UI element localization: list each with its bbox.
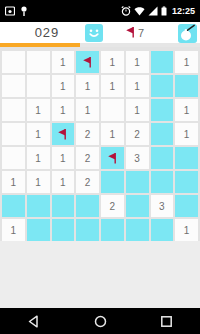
cell-r4c1[interactable] bbox=[2, 123, 25, 145]
cell-r2c7[interactable] bbox=[151, 75, 174, 97]
cell-r4c4[interactable]: 2 bbox=[76, 123, 99, 145]
back-icon bbox=[27, 315, 40, 328]
board-area: 1 1111111111111 2121112 311122311 bbox=[0, 47, 200, 241]
cell-r5c3[interactable]: 1 bbox=[52, 147, 75, 169]
cell-r8c1[interactable]: 1 bbox=[2, 219, 25, 241]
cell-r1c7[interactable] bbox=[151, 51, 174, 73]
cell-r2c5[interactable]: 1 bbox=[101, 75, 124, 97]
cell-r6c5[interactable] bbox=[101, 171, 124, 193]
screenshot-icon bbox=[5, 6, 15, 16]
cell-r6c7[interactable] bbox=[151, 171, 174, 193]
signal-icon bbox=[148, 6, 158, 16]
cell-r4c5[interactable]: 1 bbox=[101, 123, 124, 145]
cell-r5c6[interactable]: 3 bbox=[126, 147, 149, 169]
cell-r2c6[interactable]: 1 bbox=[126, 75, 149, 97]
cell-r5c5[interactable] bbox=[101, 147, 124, 169]
wifi-icon bbox=[134, 6, 145, 16]
cell-r6c6[interactable] bbox=[126, 171, 149, 193]
cell-r8c5[interactable] bbox=[101, 219, 124, 241]
cell-r4c8[interactable]: 1 bbox=[175, 123, 198, 145]
cell-r7c7[interactable]: 3 bbox=[151, 195, 174, 217]
cell-r7c8[interactable] bbox=[175, 195, 198, 217]
cell-r7c6[interactable] bbox=[126, 195, 149, 217]
cell-r7c5[interactable]: 2 bbox=[101, 195, 124, 217]
cell-r3c5[interactable] bbox=[101, 99, 124, 121]
cell-r5c1[interactable] bbox=[2, 147, 25, 169]
cell-r4c6[interactable]: 2 bbox=[126, 123, 149, 145]
cell-r7c1[interactable] bbox=[2, 195, 25, 217]
cell-r1c4[interactable] bbox=[76, 51, 99, 73]
cell-r2c2[interactable] bbox=[27, 75, 50, 97]
cell-r3c6[interactable]: 1 bbox=[126, 99, 149, 121]
home-button[interactable] bbox=[67, 315, 134, 328]
cell-r3c8[interactable]: 1 bbox=[175, 99, 198, 121]
recents-button[interactable] bbox=[133, 315, 200, 328]
cell-r2c8[interactable] bbox=[175, 75, 198, 97]
game-header: 029 7 bbox=[0, 22, 200, 43]
cell-r5c8[interactable] bbox=[175, 147, 198, 169]
cell-r1c3[interactable]: 1 bbox=[52, 51, 75, 73]
cell-r8c6[interactable] bbox=[126, 219, 149, 241]
minesweeper-board: 1 1111111111111 2121112 311122311 bbox=[2, 51, 198, 241]
pin-icon bbox=[20, 6, 28, 17]
cell-r8c2[interactable] bbox=[27, 219, 50, 241]
clock-time: 12:25 bbox=[172, 6, 195, 16]
cell-r1c6[interactable]: 1 bbox=[126, 51, 149, 73]
battery-icon bbox=[161, 6, 167, 16]
cell-r3c1[interactable] bbox=[2, 99, 25, 121]
cell-r1c2[interactable] bbox=[27, 51, 50, 73]
cell-r6c8[interactable] bbox=[175, 171, 198, 193]
cell-r5c4[interactable]: 2 bbox=[76, 147, 99, 169]
cell-r1c1[interactable] bbox=[2, 51, 25, 73]
cell-r6c4[interactable]: 2 bbox=[76, 171, 99, 193]
flag-icon bbox=[106, 152, 119, 165]
cell-r1c5[interactable]: 1 bbox=[101, 51, 124, 73]
recents-icon bbox=[160, 315, 173, 328]
flags-remaining-counter: 7 bbox=[124, 25, 144, 40]
cell-r8c3[interactable] bbox=[52, 219, 75, 241]
cell-r1c8[interactable]: 1 bbox=[175, 51, 198, 73]
cell-r4c7[interactable] bbox=[151, 123, 174, 145]
cell-r6c1[interactable]: 1 bbox=[2, 171, 25, 193]
cell-r7c2[interactable] bbox=[27, 195, 50, 217]
cell-r6c3[interactable]: 1 bbox=[52, 171, 75, 193]
bomb-icon bbox=[178, 24, 197, 43]
cell-r5c7[interactable] bbox=[151, 147, 174, 169]
home-icon bbox=[94, 315, 107, 328]
smiley-icon bbox=[85, 24, 103, 42]
cell-r5c2[interactable]: 1 bbox=[27, 147, 50, 169]
cell-r3c4[interactable]: 1 bbox=[76, 99, 99, 121]
flag-mode-toggle-button[interactable] bbox=[178, 24, 197, 43]
cell-r8c7[interactable] bbox=[151, 219, 174, 241]
cell-r4c2[interactable]: 1 bbox=[27, 123, 50, 145]
smiley-reset-button[interactable] bbox=[85, 24, 103, 42]
status-bar: 12:25 bbox=[0, 0, 200, 22]
cell-r3c3[interactable]: 1 bbox=[52, 99, 75, 121]
cell-r7c3[interactable] bbox=[52, 195, 75, 217]
alarm-icon bbox=[121, 6, 131, 16]
flag-icon bbox=[56, 128, 69, 141]
cell-r3c7[interactable] bbox=[151, 99, 174, 121]
cell-r2c1[interactable] bbox=[2, 75, 25, 97]
flag-icon bbox=[81, 56, 94, 69]
cell-r3c2[interactable]: 1 bbox=[27, 99, 50, 121]
cell-r8c8[interactable]: 1 bbox=[175, 219, 198, 241]
cell-r2c3[interactable]: 1 bbox=[52, 75, 75, 97]
android-nav-bar bbox=[0, 308, 200, 334]
cell-r4c3[interactable] bbox=[52, 123, 75, 145]
back-button[interactable] bbox=[0, 315, 67, 328]
cell-r7c4[interactable] bbox=[76, 195, 99, 217]
timer-display: 029 bbox=[8, 25, 86, 40]
cell-r6c2[interactable]: 1 bbox=[27, 171, 50, 193]
cell-r2c4[interactable]: 1 bbox=[76, 75, 99, 97]
flag-icon bbox=[124, 26, 137, 39]
flags-remaining-value: 7 bbox=[138, 27, 144, 39]
cell-r8c4[interactable] bbox=[76, 219, 99, 241]
